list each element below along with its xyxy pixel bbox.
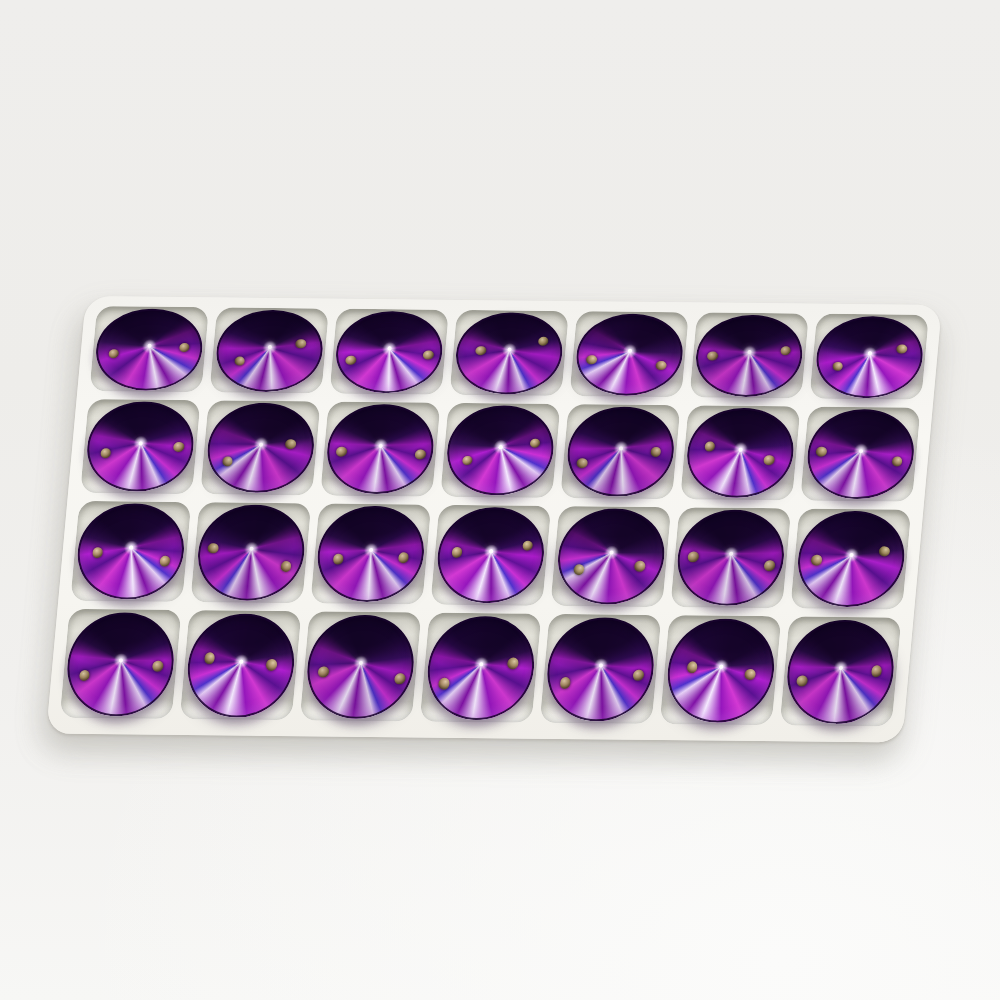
sew-hole-icon <box>815 447 827 457</box>
tray-cell <box>420 613 542 723</box>
sew-hole-icon <box>203 652 215 664</box>
sew-hole-icon <box>285 439 297 449</box>
tray-cell <box>180 611 302 721</box>
sew-hole-icon <box>832 361 843 370</box>
tray-cell <box>809 314 929 401</box>
tray-cell <box>60 609 182 719</box>
rhinestone <box>783 619 899 724</box>
center-facet-highlight <box>479 662 483 666</box>
rhinestone <box>313 505 428 603</box>
sew-hole-icon <box>704 442 716 452</box>
sew-hole-icon <box>634 561 646 572</box>
tray-cell <box>310 503 431 605</box>
sew-hole-icon <box>394 673 406 685</box>
rhinestone <box>303 614 419 719</box>
sew-hole-icon <box>891 456 903 466</box>
sew-hole-icon <box>879 546 891 557</box>
rhinestone <box>553 508 668 606</box>
center-facet-highlight <box>119 658 123 662</box>
tray-cell <box>680 406 800 501</box>
center-facet-highlight <box>867 352 871 356</box>
center-facet-highlight <box>849 553 853 557</box>
center-facet-highlight <box>609 551 613 555</box>
center-facet-highlight <box>599 663 603 667</box>
sew-hole-icon <box>764 455 776 465</box>
tray-cell <box>569 311 689 398</box>
center-facet-highlight <box>239 659 243 663</box>
rhinestone <box>433 507 548 605</box>
sew-hole-icon <box>266 659 278 671</box>
center-facet-highlight <box>267 345 271 349</box>
rhinestone <box>572 313 686 396</box>
sew-hole-icon <box>451 547 463 558</box>
sew-hole-icon <box>173 442 185 452</box>
sew-hole-icon <box>811 555 823 566</box>
center-facet-highlight <box>258 442 262 446</box>
sew-hole-icon <box>896 344 907 353</box>
sew-hole-icon <box>318 666 330 678</box>
sew-hole-icon <box>333 554 345 565</box>
sew-hole-icon <box>688 552 700 563</box>
sew-hole-icon <box>207 543 219 554</box>
center-facet-highlight <box>249 547 253 551</box>
rhinestone <box>212 309 326 392</box>
tray-cell <box>300 612 422 722</box>
center-facet-highlight <box>738 447 742 451</box>
tray-cell <box>320 402 440 497</box>
rhinestone <box>83 401 198 492</box>
sew-hole-icon <box>780 346 791 355</box>
tray-cell <box>430 505 551 607</box>
sew-hole-icon <box>744 669 756 681</box>
rhinestone <box>812 315 926 398</box>
rhinestone <box>332 310 446 393</box>
tray-cell <box>70 501 191 603</box>
tray-cell <box>200 401 320 496</box>
tray-cell <box>190 502 311 604</box>
center-facet-highlight <box>507 348 511 352</box>
sew-hole-icon <box>336 447 348 457</box>
rhinestone <box>73 503 188 601</box>
sew-hole-icon <box>764 560 776 571</box>
center-facet-highlight <box>498 445 502 449</box>
rhinestone <box>183 613 299 718</box>
center-facet-highlight <box>747 350 751 354</box>
sew-hole-icon <box>159 556 171 567</box>
sew-hole-icon <box>529 438 541 448</box>
sew-hole-icon <box>522 540 534 551</box>
tray-cell <box>329 309 449 396</box>
rhinestone <box>543 617 659 722</box>
center-facet-highlight <box>147 344 151 348</box>
sew-hole-icon <box>179 343 190 352</box>
sew-hole-icon <box>280 561 292 572</box>
sew-hole-icon <box>507 658 519 670</box>
tray-cell <box>540 614 662 724</box>
tray-cell <box>80 399 200 494</box>
tray-cell <box>780 617 902 727</box>
tray-cell <box>209 307 329 394</box>
rhinestone <box>692 314 806 397</box>
sew-hole-icon <box>797 675 809 687</box>
rhinestone <box>563 406 678 497</box>
sew-hole-icon <box>655 361 666 370</box>
sew-hole-icon <box>573 564 585 575</box>
sew-hole-icon <box>100 448 112 458</box>
sew-hole-icon <box>438 678 450 690</box>
rhinestone <box>452 312 566 395</box>
sew-hole-icon <box>152 660 164 672</box>
center-facet-highlight <box>618 446 622 450</box>
center-facet-highlight <box>369 548 373 552</box>
sew-hole-icon <box>537 337 548 346</box>
center-facet-highlight <box>719 664 723 668</box>
center-facet-highlight <box>387 347 391 351</box>
sew-hole-icon <box>108 349 119 358</box>
sew-hole-icon <box>707 352 718 361</box>
tray-cell <box>800 407 920 502</box>
sew-hole-icon <box>79 670 91 682</box>
tray-cell <box>560 404 680 499</box>
tray-cell <box>550 506 671 608</box>
sew-hole-icon <box>415 450 427 460</box>
sew-hole-icon <box>345 356 356 365</box>
rhinestone-tray <box>46 296 942 743</box>
rhinestone <box>443 405 558 496</box>
rhinestone <box>63 611 179 716</box>
rhinestone <box>663 618 779 723</box>
sew-hole-icon <box>632 669 644 681</box>
sew-hole-icon <box>475 346 486 355</box>
center-facet-highlight <box>129 546 133 550</box>
rhinestone <box>92 308 206 391</box>
photo-canvas: { "scene": { "type": "product photograph… <box>0 0 1000 1000</box>
sew-hole-icon <box>398 553 410 564</box>
rhinestone <box>423 615 539 720</box>
center-facet-highlight <box>378 444 382 448</box>
tray-cell <box>790 508 911 610</box>
sew-hole-icon <box>221 457 233 467</box>
tray-cell <box>689 312 809 399</box>
center-facet-highlight <box>729 552 733 556</box>
center-facet-highlight <box>489 550 493 554</box>
sew-hole-icon <box>92 547 104 558</box>
tray-cell <box>660 616 782 726</box>
rhinestone <box>203 403 318 494</box>
rhinestone <box>803 409 918 500</box>
tray-cell <box>440 403 560 498</box>
sew-hole-icon <box>871 666 883 678</box>
center-facet-highlight <box>359 660 363 664</box>
sew-hole-icon <box>462 456 474 466</box>
center-facet-highlight <box>839 665 843 669</box>
sew-hole-icon <box>295 339 306 348</box>
center-facet-highlight <box>138 441 142 445</box>
rhinestone <box>793 510 908 608</box>
rhinestone <box>323 404 438 495</box>
tray-cell <box>449 310 569 397</box>
rhinestone <box>673 509 788 607</box>
sew-hole-icon <box>559 677 571 689</box>
sew-hole-icon <box>576 458 588 468</box>
rhinestone <box>193 504 308 602</box>
sew-hole-icon <box>650 447 662 457</box>
center-facet-highlight <box>858 449 862 453</box>
tray-cell <box>670 507 791 609</box>
center-facet-highlight <box>627 349 631 353</box>
tray-cell <box>89 306 209 393</box>
sew-hole-icon <box>234 357 245 366</box>
rhinestone <box>683 408 798 499</box>
sew-hole-icon <box>686 662 698 674</box>
sew-hole-icon <box>423 351 434 360</box>
tray-grid <box>60 306 929 726</box>
sew-hole-icon <box>586 356 597 365</box>
